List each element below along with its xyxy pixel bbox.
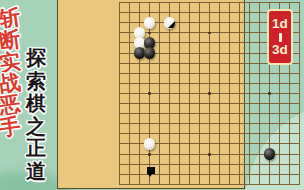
star-point xyxy=(208,153,211,156)
title-char: 道 xyxy=(24,160,48,183)
star-point xyxy=(268,92,271,95)
star-point xyxy=(148,153,151,156)
last-move-triangle-marker xyxy=(168,21,175,28)
black-stone xyxy=(264,148,276,160)
rank-badge: 1d 3d xyxy=(267,9,293,65)
white-stone xyxy=(144,17,156,29)
title-char: 手 xyxy=(0,114,24,139)
title-char: 棋 xyxy=(24,92,48,115)
rank-badge-divider xyxy=(279,33,282,42)
rank-badge-bottom: 3d xyxy=(272,43,288,58)
subtitle-vertical-text: 探索棋之正道 xyxy=(24,47,48,183)
star-point xyxy=(148,32,151,35)
title-char: 索 xyxy=(24,70,48,93)
title-vertical-text: 斩断实战恶手 xyxy=(0,7,23,138)
title-char: 探 xyxy=(24,47,48,70)
go-board xyxy=(57,0,246,189)
title-char: 正 xyxy=(24,137,48,160)
black-stone xyxy=(144,47,156,59)
white-stone xyxy=(164,17,176,29)
star-point xyxy=(148,92,151,95)
star-point xyxy=(208,32,211,35)
star-point xyxy=(208,92,211,95)
square-pin-tail xyxy=(148,174,152,177)
white-stone xyxy=(144,138,156,150)
title-char: 之 xyxy=(24,115,48,138)
rank-badge-top: 1d xyxy=(272,17,288,32)
